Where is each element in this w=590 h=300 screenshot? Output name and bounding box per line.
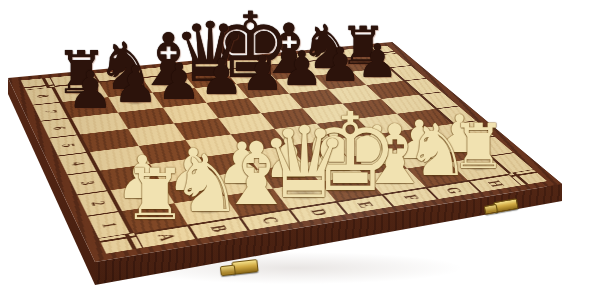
rank-label-text: 2: [87, 200, 107, 206]
rank-label-text: 7: [41, 109, 59, 113]
latch-hasp: [220, 265, 236, 277]
rank-label-text: 5: [58, 143, 77, 148]
chess-board: 87654321ABCDEFGH: [8, 42, 562, 262]
file-label-text: G: [442, 186, 465, 194]
rank-label-text: 1: [98, 222, 119, 229]
rank-label-text: 3: [77, 180, 97, 186]
rank-label-text: 4: [68, 161, 87, 166]
latch-hasp: [484, 204, 498, 215]
rank-label-text: 6: [50, 126, 68, 131]
rank-label-text: 8: [34, 94, 51, 98]
file-label-text: H: [484, 179, 506, 187]
file-label-text: D: [307, 208, 330, 217]
file-label-text: C: [258, 215, 282, 224]
file-label-text: F: [399, 194, 421, 201]
board-grid: 87654321ABCDEFGH: [21, 46, 547, 254]
file-label-text: A: [153, 232, 178, 242]
chess-set-photo: 87654321ABCDEFGH ♜♞♝♛♚♝♞♜♟♟♟♟♟♟♟♟♟♟♟♟♟♟♟…: [0, 0, 590, 300]
file-label-text: B: [207, 224, 231, 233]
file-label-text: E: [354, 200, 377, 208]
